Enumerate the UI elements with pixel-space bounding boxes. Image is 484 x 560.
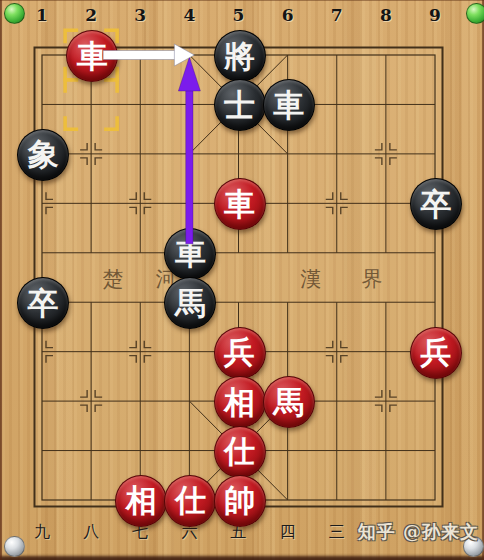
xiangqi-app-window: 123456789九八七六五四三楚河漢界 車將士車象車卒車卒馬兵兵相馬仕相仕帥 … [0, 0, 484, 560]
move-arrows-layer [0, 0, 484, 560]
purple-move-arrow [178, 57, 200, 244]
indicator-ball-top-left [4, 3, 25, 24]
watermark: 知乎 @孙来文 [358, 520, 479, 544]
indicator-ball-bottom-left [4, 536, 25, 557]
white-move-arrow [103, 44, 194, 66]
indicator-ball-top-right [466, 3, 484, 24]
